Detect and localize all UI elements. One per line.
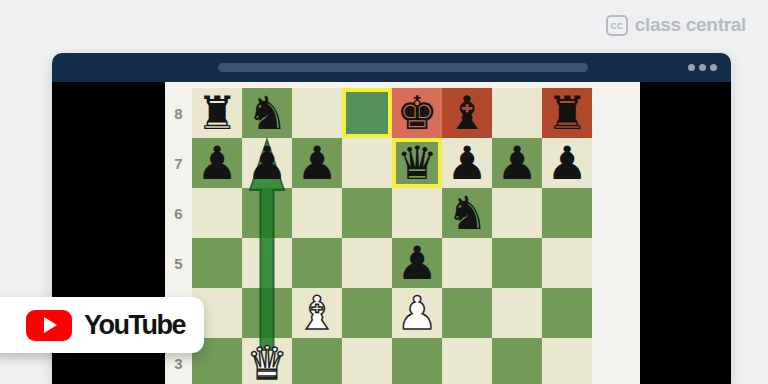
square-h4[interactable] xyxy=(542,288,592,338)
youtube-badge[interactable]: YouTube xyxy=(0,297,204,353)
square-e3[interactable] xyxy=(392,338,442,384)
square-d4[interactable] xyxy=(342,288,392,338)
square-h6[interactable] xyxy=(542,188,592,238)
rank-label-8: 8 xyxy=(165,88,192,138)
rank-label-6: 6 xyxy=(165,188,192,238)
square-g6[interactable] xyxy=(492,188,542,238)
square-f4[interactable] xyxy=(442,288,492,338)
youtube-play-icon[interactable] xyxy=(26,310,72,341)
window-controls[interactable] xyxy=(688,64,717,71)
address-bar[interactable] xyxy=(218,63,588,72)
black-bishop-f8: ♝ xyxy=(442,88,492,138)
black-knight-f6: ♞ xyxy=(442,188,492,238)
black-pawn-b7: ♟ xyxy=(242,138,292,188)
square-h8[interactable]: ♜ xyxy=(542,88,592,138)
square-b5[interactable] xyxy=(242,238,292,288)
square-b8[interactable]: ♞ xyxy=(242,88,292,138)
square-f8[interactable]: ♝ xyxy=(442,88,492,138)
square-f3[interactable] xyxy=(442,338,492,384)
black-pawn-f7: ♟ xyxy=(442,138,492,188)
square-b7[interactable]: ♟ xyxy=(242,138,292,188)
square-b3[interactable]: ♛ xyxy=(242,338,292,384)
square-d3[interactable] xyxy=(342,338,392,384)
square-h7[interactable]: ♟ xyxy=(542,138,592,188)
square-e4[interactable]: ♟ xyxy=(392,288,442,338)
square-d7[interactable] xyxy=(342,138,392,188)
youtube-wordmark: YouTube xyxy=(84,310,185,341)
square-d8[interactable] xyxy=(342,88,392,138)
window-dot-icon[interactable] xyxy=(699,64,706,71)
square-e5[interactable]: ♟ xyxy=(392,238,442,288)
square-g3[interactable] xyxy=(492,338,542,384)
play-triangle-icon xyxy=(44,317,57,333)
black-pawn-c7: ♟ xyxy=(292,138,342,188)
square-g4[interactable] xyxy=(492,288,542,338)
square-c3[interactable] xyxy=(292,338,342,384)
square-e8[interactable]: ♚ xyxy=(392,88,442,138)
square-f5[interactable] xyxy=(442,238,492,288)
browser-titlebar xyxy=(52,53,731,82)
window-dot-icon[interactable] xyxy=(688,64,695,71)
black-pawn-e5: ♟ xyxy=(392,238,442,288)
black-queen-e7: ♛ xyxy=(392,138,442,188)
black-knight-b8: ♞ xyxy=(242,88,292,138)
square-g7[interactable]: ♟ xyxy=(492,138,542,188)
black-king-e8: ♚ xyxy=(392,88,442,138)
square-a6[interactable] xyxy=(192,188,242,238)
square-f7[interactable]: ♟ xyxy=(442,138,492,188)
square-h5[interactable] xyxy=(542,238,592,288)
square-c8[interactable] xyxy=(292,88,342,138)
class-central-logo: cc class central xyxy=(606,14,746,36)
square-f6[interactable]: ♞ xyxy=(442,188,492,238)
square-h3[interactable] xyxy=(542,338,592,384)
square-c4[interactable]: ♝ xyxy=(292,288,342,338)
cc-badge-icon: cc xyxy=(606,15,628,36)
square-e6[interactable] xyxy=(392,188,442,238)
white-queen-b3: ♛ xyxy=(242,338,292,384)
square-a7[interactable]: ♟ xyxy=(192,138,242,188)
rank-label-5: 5 xyxy=(165,238,192,288)
white-pawn-e4: ♟ xyxy=(392,288,442,338)
black-rook-h8: ♜ xyxy=(542,88,592,138)
square-c7[interactable]: ♟ xyxy=(292,138,342,188)
black-rook-a8: ♜ xyxy=(192,88,242,138)
square-g8[interactable] xyxy=(492,88,542,138)
square-b6[interactable] xyxy=(242,188,292,238)
square-c6[interactable] xyxy=(292,188,342,238)
rank-label-7: 7 xyxy=(165,138,192,188)
square-a5[interactable] xyxy=(192,238,242,288)
square-d5[interactable] xyxy=(342,238,392,288)
black-pawn-h7: ♟ xyxy=(542,138,592,188)
square-e7[interactable]: ♛ xyxy=(392,138,442,188)
black-pawn-g7: ♟ xyxy=(492,138,542,188)
square-d6[interactable] xyxy=(342,188,392,238)
square-a8[interactable]: ♜ xyxy=(192,88,242,138)
class-central-wordmark: class central xyxy=(635,14,746,36)
square-g5[interactable] xyxy=(492,238,542,288)
window-dot-icon[interactable] xyxy=(710,64,717,71)
square-c5[interactable] xyxy=(292,238,342,288)
black-pawn-a7: ♟ xyxy=(192,138,242,188)
white-bishop-c4: ♝ xyxy=(292,288,342,338)
square-b4[interactable] xyxy=(242,288,292,338)
chess-board: ♜♞♚♝♜♟♟♟♛♟♟♟♞♟♝♟♛ xyxy=(192,88,592,384)
